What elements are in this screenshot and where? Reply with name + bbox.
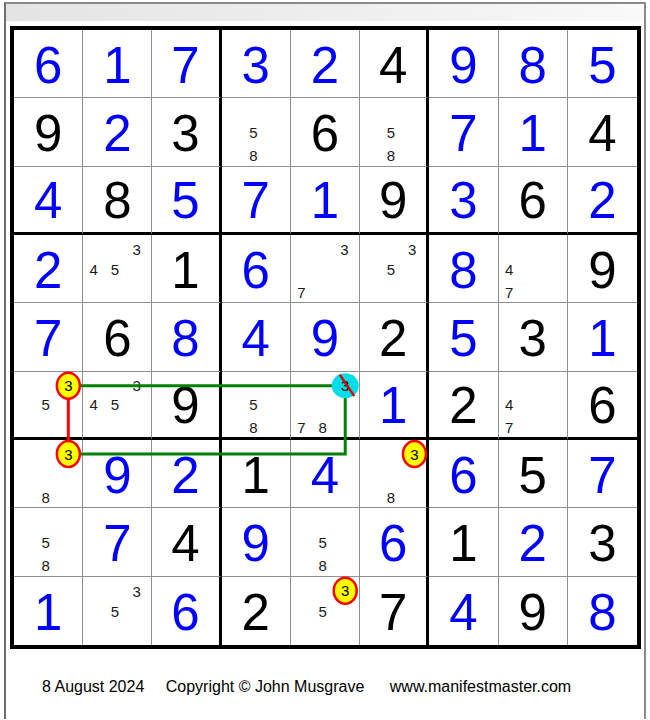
cell-value: 1 (499, 98, 567, 165)
candidate: 5 (42, 534, 50, 549)
cell-value: 7 (360, 577, 426, 645)
cell-r9c7[interactable]: 4 (429, 577, 498, 645)
cell-r3c8[interactable]: 6 (499, 167, 568, 235)
cell-r7c5[interactable]: 4 (291, 440, 360, 508)
cell-r8c5[interactable]: 58 (291, 508, 360, 576)
candidate: 3 (408, 241, 416, 256)
cell-r1c9[interactable]: 5 (568, 30, 637, 98)
cell-r7c7[interactable]: 6 (429, 440, 498, 508)
cell-r5c9[interactable]: 1 (568, 303, 637, 371)
cell-r3c1[interactable]: 4 (14, 167, 83, 235)
cell-r8c3[interactable]: 4 (152, 508, 221, 576)
cell-r1c2[interactable]: 1 (83, 30, 152, 98)
candidate: 5 (387, 124, 395, 139)
cell-value: 3 (222, 30, 290, 97)
footer-date: 8 August 2024 (42, 678, 144, 696)
cell-r3c5[interactable]: 1 (291, 167, 360, 235)
cell-value: 2 (429, 372, 497, 437)
cell-r2c2[interactable]: 2 (83, 98, 152, 166)
cell-r6c9[interactable]: 6 (568, 372, 637, 440)
cell-value: 1 (14, 577, 82, 645)
title-bar (6, 4, 644, 21)
candidate: 3 (133, 241, 141, 256)
cell-r6c2[interactable]: 345 (83, 372, 152, 440)
candidate: 7 (505, 284, 513, 299)
cell-r5c8[interactable]: 3 (499, 303, 568, 371)
cell-r8c8[interactable]: 2 (499, 508, 568, 576)
cell-value: 7 (429, 98, 497, 165)
cell-value: 7 (568, 440, 637, 507)
cell-value: 1 (152, 235, 218, 302)
cell-value: 2 (222, 577, 290, 645)
footer-website: www.manifestmaster.com (390, 678, 571, 696)
candidate: 8 (387, 489, 395, 504)
candidate: 3 (133, 378, 141, 393)
cell-r4c4[interactable]: 6 (222, 235, 291, 303)
cell-value: 9 (83, 440, 151, 507)
cell-value: 4 (152, 508, 218, 575)
cell-value: 2 (14, 235, 82, 302)
candidate: 4 (505, 261, 513, 276)
cell-r6c5[interactable]: 78 (291, 372, 360, 440)
cell-r7c9[interactable]: 7 (568, 440, 637, 508)
cell-r9c4[interactable]: 2 (222, 577, 291, 645)
cell-value: 1 (83, 30, 151, 97)
cell-r3c6[interactable]: 9 (360, 167, 429, 235)
cell-r8c9[interactable]: 3 (568, 508, 637, 576)
cell-value: 1 (429, 508, 497, 575)
cell-value: 3 (429, 167, 497, 232)
cell-value: 7 (14, 303, 82, 370)
cell-value: 9 (152, 372, 218, 437)
cell-value: 1 (360, 372, 426, 437)
cell-value: 6 (14, 30, 82, 97)
cell-r6c7[interactable]: 2 (429, 372, 498, 440)
candidate: 4 (505, 397, 513, 412)
cell-value: 1 (291, 167, 359, 232)
cell-r9c9[interactable]: 8 (568, 577, 637, 645)
cell-r2c1[interactable]: 9 (14, 98, 83, 166)
cell-r8c1[interactable]: 58 (14, 508, 83, 576)
cell-r6c1[interactable]: 5 (14, 372, 83, 440)
candidate: 7 (297, 419, 305, 434)
cell-value: 9 (429, 30, 497, 97)
candidate: 8 (249, 419, 257, 434)
cell-value: 8 (568, 577, 637, 645)
cell-r4c9[interactable]: 9 (568, 235, 637, 303)
footer: 8 August 2024 Copyright © John Musgrave … (42, 678, 571, 696)
footer-copyright: Copyright © John Musgrave (166, 678, 365, 696)
candidate: 5 (111, 603, 119, 618)
cell-value: 6 (222, 235, 290, 302)
candidate: 5 (318, 603, 326, 618)
cell-r2c8[interactable]: 1 (499, 98, 568, 166)
cell-value: 4 (14, 167, 82, 232)
cell-value: 5 (499, 440, 567, 507)
cell-value: 4 (568, 98, 637, 165)
cell-r3c4[interactable]: 7 (222, 167, 291, 235)
cell-r5c2[interactable]: 6 (83, 303, 152, 371)
cell-value: 7 (222, 167, 290, 232)
cell-r4c3[interactable]: 1 (152, 235, 221, 303)
cell-r7c1[interactable]: 8 (14, 440, 83, 508)
cell-r2c6[interactable]: 58 (360, 98, 429, 166)
cell-r9c1[interactable]: 1 (14, 577, 83, 645)
cell-r4c8[interactable]: 47 (499, 235, 568, 303)
cell-value: 2 (83, 98, 151, 165)
candidate: 3 (133, 583, 141, 598)
candidate: 5 (318, 534, 326, 549)
cell-value: 6 (291, 98, 359, 165)
cell-r2c9[interactable]: 4 (568, 98, 637, 166)
candidate: 8 (42, 557, 50, 572)
cell-r4c2[interactable]: 345 (83, 235, 152, 303)
cell-r4c1[interactable]: 2 (14, 235, 83, 303)
candidate: 8 (387, 147, 395, 162)
cell-value: 6 (360, 508, 426, 575)
cell-r3c7[interactable]: 3 (429, 167, 498, 235)
cell-r7c6[interactable]: 8 (360, 440, 429, 508)
candidate: 3 (340, 241, 348, 256)
cell-r2c5[interactable]: 6 (291, 98, 360, 166)
cell-r6c6[interactable]: 1 (360, 372, 429, 440)
cell-value: 2 (568, 167, 637, 232)
cell-r3c9[interactable]: 2 (568, 167, 637, 235)
cell-value: 4 (429, 577, 497, 645)
cell-r1c6[interactable]: 4 (360, 30, 429, 98)
cell-value: 4 (222, 303, 290, 370)
cell-r1c1[interactable]: 6 (14, 30, 83, 98)
cell-r8c2[interactable]: 7 (83, 508, 152, 576)
cell-r9c3[interactable]: 6 (152, 577, 221, 645)
cell-r6c3[interactable]: 9 (152, 372, 221, 440)
cell-r9c6[interactable]: 7 (360, 577, 429, 645)
cell-r4c7[interactable]: 8 (429, 235, 498, 303)
cell-r2c3[interactable]: 3 (152, 98, 221, 166)
candidate: 8 (318, 419, 326, 434)
cell-r1c7[interactable]: 9 (429, 30, 498, 98)
cell-r8c6[interactable]: 6 (360, 508, 429, 576)
cell-value: 7 (152, 30, 218, 97)
candidate: 5 (249, 397, 257, 412)
cell-r3c3[interactable]: 5 (152, 167, 221, 235)
cell-value: 6 (499, 167, 567, 232)
cell-r9c5[interactable]: 5 (291, 577, 360, 645)
cell-value: 6 (152, 577, 218, 645)
cell-value: 3 (499, 303, 567, 370)
cell-value: 7 (83, 508, 151, 575)
cell-value: 2 (499, 508, 567, 575)
cell-value: 9 (568, 235, 637, 302)
cell-r1c3[interactable]: 7 (152, 30, 221, 98)
cell-value: 2 (360, 303, 426, 370)
cell-r1c4[interactable]: 3 (222, 30, 291, 98)
candidate: 5 (387, 261, 395, 276)
cell-value: 9 (291, 303, 359, 370)
cell-r9c8[interactable]: 9 (499, 577, 568, 645)
cell-r7c3[interactable]: 2 (152, 440, 221, 508)
candidate: 5 (111, 397, 119, 412)
cell-value: 3 (568, 508, 637, 575)
cell-r4c5[interactable]: 37 (291, 235, 360, 303)
cell-value: 9 (222, 508, 290, 575)
cell-r5c7[interactable]: 5 (429, 303, 498, 371)
cell-value: 8 (429, 235, 497, 302)
cell-value: 4 (360, 30, 426, 97)
cell-r4c6[interactable]: 35 (360, 235, 429, 303)
sudoku-board: 6173249859235865871448571936223451637358… (10, 26, 641, 649)
cell-value: 5 (429, 303, 497, 370)
cell-r8c7[interactable]: 1 (429, 508, 498, 576)
cell-r6c4[interactable]: 58 (222, 372, 291, 440)
cell-r1c8[interactable]: 8 (499, 30, 568, 98)
candidate: 5 (42, 397, 50, 412)
cell-value: 5 (152, 167, 218, 232)
cell-value: 2 (291, 30, 359, 97)
candidate: 5 (111, 261, 119, 276)
cell-r9c2[interactable]: 35 (83, 577, 152, 645)
cell-r8c4[interactable]: 9 (222, 508, 291, 576)
cell-r7c8[interactable]: 5 (499, 440, 568, 508)
cell-r5c3[interactable]: 8 (152, 303, 221, 371)
candidate: 8 (318, 557, 326, 572)
cell-value: 9 (499, 577, 567, 645)
cell-r5c6[interactable]: 2 (360, 303, 429, 371)
cell-r2c7[interactable]: 7 (429, 98, 498, 166)
cell-r7c2[interactable]: 9 (83, 440, 152, 508)
cell-r5c1[interactable]: 7 (14, 303, 83, 371)
candidate: 4 (90, 397, 98, 412)
cell-value: 8 (152, 303, 218, 370)
candidate: 5 (249, 124, 257, 139)
cell-r5c4[interactable]: 4 (222, 303, 291, 371)
cell-r2c4[interactable]: 58 (222, 98, 291, 166)
cell-r3c2[interactable]: 8 (83, 167, 152, 235)
candidate: 7 (505, 419, 513, 434)
cell-r1c5[interactable]: 2 (291, 30, 360, 98)
cell-value: 1 (222, 440, 290, 507)
cell-value: 6 (429, 440, 497, 507)
cell-value: 6 (83, 303, 151, 370)
candidate: 4 (90, 261, 98, 276)
cell-value: 8 (83, 167, 151, 232)
cell-value: 1 (568, 303, 637, 370)
cell-value: 4 (291, 440, 359, 507)
cell-value: 6 (568, 372, 637, 437)
candidate: 8 (249, 147, 257, 162)
cell-r6c8[interactable]: 47 (499, 372, 568, 440)
cell-r5c5[interactable]: 9 (291, 303, 360, 371)
candidate: 8 (42, 489, 50, 504)
cell-value: 5 (568, 30, 637, 97)
cell-value: 2 (152, 440, 218, 507)
cell-value: 8 (499, 30, 567, 97)
cell-value: 9 (360, 167, 426, 232)
cell-r7c4[interactable]: 1 (222, 440, 291, 508)
cell-value: 3 (152, 98, 218, 165)
candidate: 7 (297, 284, 305, 299)
cell-value: 9 (14, 98, 82, 165)
